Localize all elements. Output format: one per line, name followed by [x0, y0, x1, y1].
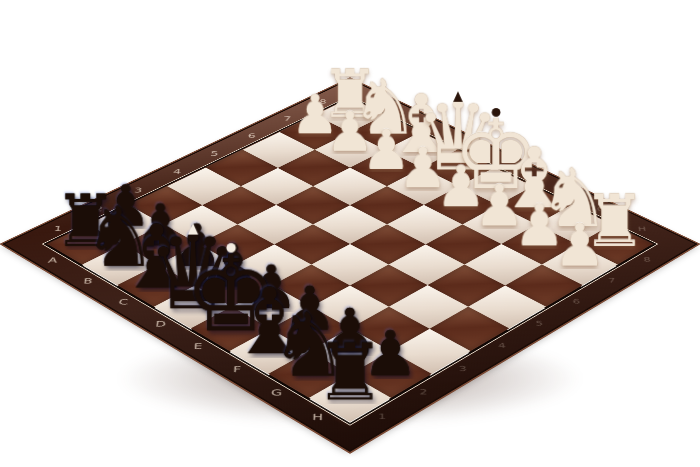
chess-set-photo: ABCDEFGH8877665544332211ABCDEFGH ♜♞♝♛♚♝♞…	[0, 0, 700, 467]
piece-black-rook-h1: ♜	[315, 333, 386, 412]
border-corner	[336, 82, 363, 95]
piece-white-pawn-h7: ♟	[553, 216, 606, 275]
